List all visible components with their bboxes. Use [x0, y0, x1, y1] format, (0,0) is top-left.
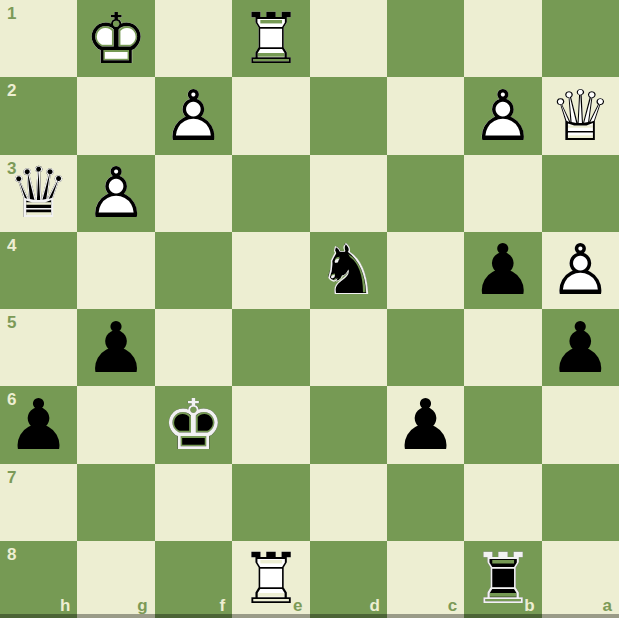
piece-black-pawn[interactable]: ♟: [77, 309, 154, 386]
piece-white-pawn[interactable]: ♟♙: [542, 232, 619, 309]
square-g6[interactable]: [77, 386, 154, 463]
square-e3[interactable]: [232, 155, 309, 232]
square-d7[interactable]: [310, 464, 387, 541]
square-a8[interactable]: a: [542, 541, 619, 618]
piece-white-rook[interactable]: ♜♖: [232, 0, 309, 77]
piece-black-queen[interactable]: ♛♕: [0, 155, 77, 232]
square-e8[interactable]: e♜♖: [232, 541, 309, 618]
piece-glyph: ♙: [464, 77, 541, 154]
square-h3[interactable]: 3♛♕: [0, 155, 77, 232]
square-c4[interactable]: [387, 232, 464, 309]
square-d2[interactable]: [310, 77, 387, 154]
square-b8[interactable]: b♜♖: [464, 541, 541, 618]
square-a5[interactable]: ♟: [542, 309, 619, 386]
square-a6[interactable]: [542, 386, 619, 463]
square-c7[interactable]: [387, 464, 464, 541]
square-g8[interactable]: g: [77, 541, 154, 618]
piece-glyph: ♟: [464, 232, 541, 309]
square-e6[interactable]: [232, 386, 309, 463]
square-c5[interactable]: [387, 309, 464, 386]
piece-glyph: ♟: [77, 309, 154, 386]
square-d3[interactable]: [310, 155, 387, 232]
square-f5[interactable]: [155, 309, 232, 386]
square-g7[interactable]: [77, 464, 154, 541]
piece-black-pawn[interactable]: ♟: [0, 386, 77, 463]
square-c6[interactable]: ♟: [387, 386, 464, 463]
square-e5[interactable]: [232, 309, 309, 386]
square-c2[interactable]: [387, 77, 464, 154]
square-h7[interactable]: 7: [0, 464, 77, 541]
piece-glyph: ♕: [0, 155, 77, 232]
square-b7[interactable]: [464, 464, 541, 541]
square-b1[interactable]: [464, 0, 541, 77]
piece-glyph: ♘: [310, 232, 387, 309]
square-d1[interactable]: [310, 0, 387, 77]
piece-glyph: ♔: [155, 386, 232, 463]
square-g4[interactable]: [77, 232, 154, 309]
square-g1[interactable]: ♚♔: [77, 0, 154, 77]
piece-glyph: ♙: [77, 155, 154, 232]
square-b6[interactable]: [464, 386, 541, 463]
piece-black-rook[interactable]: ♜♖: [464, 541, 541, 618]
file-label-f: f: [219, 597, 225, 614]
rank-label-1: 1: [7, 5, 16, 22]
square-h6[interactable]: 6♟: [0, 386, 77, 463]
piece-white-pawn[interactable]: ♟♙: [464, 77, 541, 154]
square-e7[interactable]: [232, 464, 309, 541]
piece-white-rook[interactable]: ♜♖: [232, 541, 309, 618]
square-f8[interactable]: f: [155, 541, 232, 618]
square-h1[interactable]: 1: [0, 0, 77, 77]
square-h8[interactable]: 8h: [0, 541, 77, 618]
square-b3[interactable]: [464, 155, 541, 232]
square-e2[interactable]: [232, 77, 309, 154]
square-f4[interactable]: [155, 232, 232, 309]
square-b5[interactable]: [464, 309, 541, 386]
square-a1[interactable]: [542, 0, 619, 77]
rank-label-4: 4: [7, 237, 16, 254]
square-f2[interactable]: ♟♙: [155, 77, 232, 154]
piece-black-knight[interactable]: ♞♘: [310, 232, 387, 309]
square-g5[interactable]: ♟: [77, 309, 154, 386]
piece-white-pawn[interactable]: ♟♙: [77, 155, 154, 232]
piece-black-pawn[interactable]: ♟: [542, 309, 619, 386]
square-b4[interactable]: ♟: [464, 232, 541, 309]
square-f3[interactable]: [155, 155, 232, 232]
square-g3[interactable]: ♟♙: [77, 155, 154, 232]
square-b2[interactable]: ♟♙: [464, 77, 541, 154]
chess-board: 1♚♔♜♖2♟♙♟♙♛♕3♛♕♟♙4♞♘♟♟♙5♟♟6♟♚♔♟78hgfe♜♖d…: [0, 0, 619, 618]
file-label-a: a: [603, 597, 612, 614]
piece-glyph: ♟: [542, 309, 619, 386]
piece-white-king[interactable]: ♚♔: [77, 0, 154, 77]
piece-black-pawn[interactable]: ♟: [464, 232, 541, 309]
square-f7[interactable]: [155, 464, 232, 541]
piece-glyph: ♟: [0, 386, 77, 463]
piece-glyph: ♙: [542, 232, 619, 309]
piece-white-pawn[interactable]: ♟♙: [155, 77, 232, 154]
square-a4[interactable]: ♟♙: [542, 232, 619, 309]
square-a2[interactable]: ♛♕: [542, 77, 619, 154]
rank-label-5: 5: [7, 314, 16, 331]
rank-label-7: 7: [7, 469, 16, 486]
square-c8[interactable]: c: [387, 541, 464, 618]
square-f6[interactable]: ♚♔: [155, 386, 232, 463]
rank-label-2: 2: [7, 82, 16, 99]
square-d8[interactable]: d: [310, 541, 387, 618]
file-label-h: h: [60, 597, 70, 614]
square-a3[interactable]: [542, 155, 619, 232]
piece-glyph: ♙: [155, 77, 232, 154]
file-label-d: d: [369, 597, 379, 614]
square-e1[interactable]: ♜♖: [232, 0, 309, 77]
piece-glyph: ♟: [387, 386, 464, 463]
piece-glyph: ♔: [77, 0, 154, 77]
square-g2[interactable]: [77, 77, 154, 154]
piece-glyph: ♕: [542, 77, 619, 154]
piece-glyph: ♖: [232, 541, 309, 618]
square-h5[interactable]: 5: [0, 309, 77, 386]
square-h4[interactable]: 4: [0, 232, 77, 309]
square-c3[interactable]: [387, 155, 464, 232]
square-d4[interactable]: ♞♘: [310, 232, 387, 309]
square-h2[interactable]: 2: [0, 77, 77, 154]
square-c1[interactable]: [387, 0, 464, 77]
piece-black-pawn[interactable]: ♟: [387, 386, 464, 463]
file-label-g: g: [137, 597, 147, 614]
piece-glyph: ♖: [232, 0, 309, 77]
square-d5[interactable]: [310, 309, 387, 386]
square-f1[interactable]: [155, 0, 232, 77]
piece-glyph: ♖: [464, 541, 541, 618]
square-a7[interactable]: [542, 464, 619, 541]
piece-black-king[interactable]: ♚♔: [155, 386, 232, 463]
square-e4[interactable]: [232, 232, 309, 309]
piece-white-queen[interactable]: ♛♕: [542, 77, 619, 154]
square-d6[interactable]: [310, 386, 387, 463]
rank-label-8: 8: [7, 546, 16, 563]
file-label-c: c: [448, 597, 457, 614]
